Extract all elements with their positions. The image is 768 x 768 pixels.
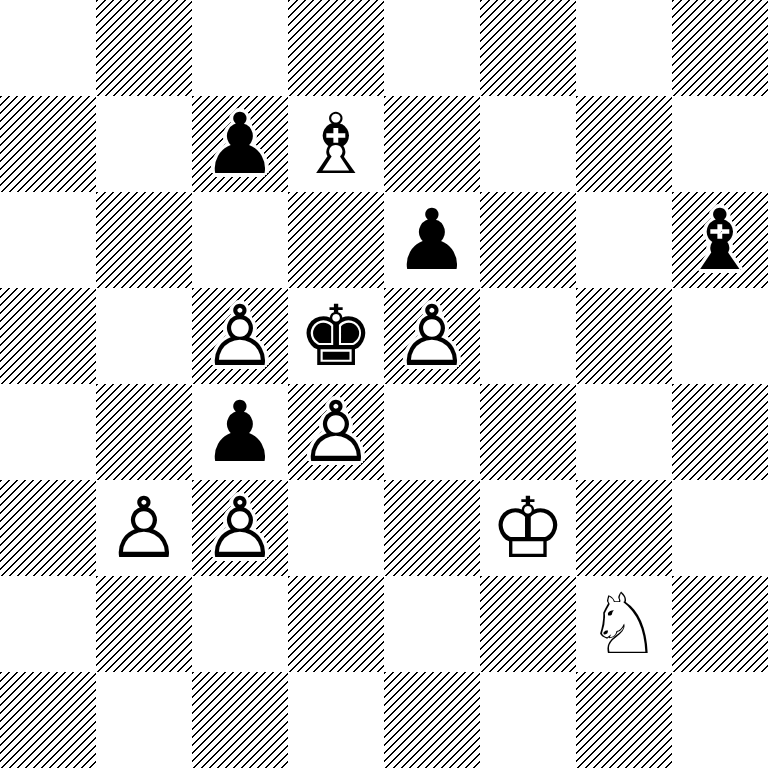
square-a2[interactable]	[0, 576, 96, 672]
square-h1[interactable]	[672, 672, 768, 768]
square-e7[interactable]	[384, 96, 480, 192]
square-b4[interactable]	[96, 384, 192, 480]
square-a3[interactable]	[0, 480, 96, 576]
square-f4[interactable]	[480, 384, 576, 480]
square-g1[interactable]	[576, 672, 672, 768]
square-c3[interactable]: ♟♙	[192, 480, 288, 576]
piece-black-pawn[interactable]: ♟♟	[192, 96, 288, 192]
piece-white-pawn[interactable]: ♟♙	[384, 288, 480, 384]
square-c4[interactable]: ♟♟	[192, 384, 288, 480]
square-c1[interactable]	[192, 672, 288, 768]
square-e5[interactable]: ♟♙	[384, 288, 480, 384]
piece-white-pawn[interactable]: ♟♙	[192, 288, 288, 384]
square-f1[interactable]	[480, 672, 576, 768]
white-knight-glyph: ♘	[576, 576, 672, 672]
square-a1[interactable]	[0, 672, 96, 768]
square-g2[interactable]: ♞♘	[576, 576, 672, 672]
piece-white-pawn[interactable]: ♟♙	[192, 480, 288, 576]
black-pawn-glyph: ♟	[384, 192, 480, 288]
square-g5[interactable]	[576, 288, 672, 384]
square-h2[interactable]	[672, 576, 768, 672]
square-h7[interactable]	[672, 96, 768, 192]
square-e4[interactable]	[384, 384, 480, 480]
white-pawn-glyph: ♙	[96, 480, 192, 576]
square-c6[interactable]	[192, 192, 288, 288]
square-a4[interactable]	[0, 384, 96, 480]
square-b6[interactable]	[96, 192, 192, 288]
square-e3[interactable]	[384, 480, 480, 576]
square-b7[interactable]	[96, 96, 192, 192]
square-e2[interactable]	[384, 576, 480, 672]
square-d3[interactable]	[288, 480, 384, 576]
square-b5[interactable]	[96, 288, 192, 384]
white-pawn-glyph: ♙	[288, 384, 384, 480]
white-pawn-glyph: ♙	[384, 288, 480, 384]
black-king-glyph: ♚	[288, 288, 384, 384]
square-f7[interactable]	[480, 96, 576, 192]
square-c8[interactable]	[192, 0, 288, 96]
black-pawn-glyph: ♟	[192, 384, 288, 480]
square-b1[interactable]	[96, 672, 192, 768]
square-a8[interactable]	[0, 0, 96, 96]
square-e1[interactable]	[384, 672, 480, 768]
square-g3[interactable]	[576, 480, 672, 576]
piece-white-pawn[interactable]: ♟♙	[96, 480, 192, 576]
square-a5[interactable]	[0, 288, 96, 384]
square-d6[interactable]	[288, 192, 384, 288]
square-h8[interactable]	[672, 0, 768, 96]
square-a7[interactable]	[0, 96, 96, 192]
piece-black-pawn[interactable]: ♟♟	[192, 384, 288, 480]
square-g6[interactable]	[576, 192, 672, 288]
square-f2[interactable]	[480, 576, 576, 672]
square-b8[interactable]	[96, 0, 192, 96]
square-a6[interactable]	[0, 192, 96, 288]
piece-black-bishop[interactable]: ♝♝	[672, 192, 768, 288]
square-h3[interactable]	[672, 480, 768, 576]
square-e8[interactable]	[384, 0, 480, 96]
square-b3[interactable]: ♟♙	[96, 480, 192, 576]
square-g4[interactable]	[576, 384, 672, 480]
square-f6[interactable]	[480, 192, 576, 288]
square-f8[interactable]	[480, 0, 576, 96]
square-g8[interactable]	[576, 0, 672, 96]
square-d8[interactable]	[288, 0, 384, 96]
piece-white-pawn[interactable]: ♟♙	[288, 384, 384, 480]
square-h4[interactable]	[672, 384, 768, 480]
white-pawn-glyph: ♙	[192, 480, 288, 576]
black-pawn-glyph: ♟	[192, 96, 288, 192]
square-d7[interactable]: ♝♗	[288, 96, 384, 192]
square-c7[interactable]: ♟♟	[192, 96, 288, 192]
square-h6[interactable]: ♝♝	[672, 192, 768, 288]
piece-white-knight[interactable]: ♞♘	[576, 576, 672, 672]
square-d5[interactable]: ♚♚	[288, 288, 384, 384]
square-f3[interactable]: ♚♔	[480, 480, 576, 576]
black-bishop-glyph: ♝	[672, 192, 768, 288]
square-d2[interactable]	[288, 576, 384, 672]
piece-black-king[interactable]: ♚♚	[288, 288, 384, 384]
square-b2[interactable]	[96, 576, 192, 672]
piece-white-king[interactable]: ♚♔	[480, 480, 576, 576]
square-d4[interactable]: ♟♙	[288, 384, 384, 480]
white-pawn-glyph: ♙	[192, 288, 288, 384]
square-c2[interactable]	[192, 576, 288, 672]
square-d1[interactable]	[288, 672, 384, 768]
square-c5[interactable]: ♟♙	[192, 288, 288, 384]
chess-board: ♟♟♝♗♟♟♝♝♟♙♚♚♟♙♟♟♟♙♟♙♟♙♚♔♞♘	[0, 0, 768, 768]
piece-black-pawn[interactable]: ♟♟	[384, 192, 480, 288]
white-king-glyph: ♔	[480, 480, 576, 576]
white-bishop-glyph: ♗	[288, 96, 384, 192]
square-e6[interactable]: ♟♟	[384, 192, 480, 288]
square-h5[interactable]	[672, 288, 768, 384]
square-f5[interactable]	[480, 288, 576, 384]
piece-white-bishop[interactable]: ♝♗	[288, 96, 384, 192]
square-g7[interactable]	[576, 96, 672, 192]
